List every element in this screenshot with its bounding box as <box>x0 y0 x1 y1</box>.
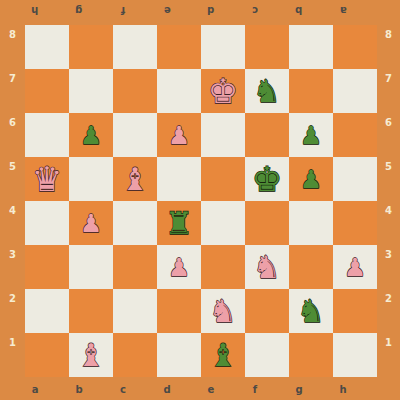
square-f8[interactable] <box>245 25 289 69</box>
rank-label-left-8: 8 <box>9 29 16 40</box>
piece-black-king[interactable]: ♚ <box>252 162 282 196</box>
rank-label-left-4: 4 <box>9 205 16 216</box>
file-label-bottom-g: g <box>295 384 302 395</box>
piece-white-pawn[interactable]: ♟ <box>168 123 190 148</box>
square-d4[interactable]: ♜ <box>157 201 201 245</box>
rank-label-left-5: 5 <box>9 161 16 172</box>
rank-label-left-2: 2 <box>9 293 16 304</box>
square-b8[interactable] <box>69 25 113 69</box>
square-a3[interactable] <box>25 245 69 289</box>
square-c5[interactable]: ♝ <box>113 157 157 201</box>
piece-white-bishop[interactable]: ♝ <box>77 340 105 371</box>
square-c7[interactable] <box>113 69 157 113</box>
square-h8[interactable] <box>333 25 377 69</box>
square-c8[interactable] <box>113 25 157 69</box>
square-f5[interactable]: ♚ <box>245 157 289 201</box>
piece-white-knight[interactable]: ♞ <box>209 296 237 327</box>
square-d6[interactable]: ♟ <box>157 113 201 157</box>
rank-label-right-2: 2 <box>385 293 392 304</box>
file-label-top-f: f <box>121 5 125 16</box>
piece-white-bishop[interactable]: ♝ <box>121 164 149 195</box>
square-a6[interactable] <box>25 113 69 157</box>
square-b2[interactable] <box>69 289 113 333</box>
piece-white-queen[interactable]: ♛ <box>32 162 62 196</box>
chess-board-screenshot: hgfedcba 87654321 87654321 abcdefgh ♚♞♟♟… <box>0 0 400 400</box>
file-label-bottom-h: h <box>339 384 346 395</box>
file-label-top-a: a <box>340 5 347 16</box>
square-g8[interactable] <box>289 25 333 69</box>
file-labels-top: hgfedcba <box>13 0 365 20</box>
square-c4[interactable] <box>113 201 157 245</box>
square-e4[interactable] <box>201 201 245 245</box>
rank-label-left-6: 6 <box>9 117 16 128</box>
square-f4[interactable] <box>245 201 289 245</box>
file-label-top-e: e <box>164 5 171 16</box>
square-e2[interactable]: ♞ <box>201 289 245 333</box>
piece-black-pawn[interactable]: ♟ <box>80 123 102 148</box>
rank-label-right-1: 1 <box>385 337 392 348</box>
piece-white-pawn[interactable]: ♟ <box>80 211 102 236</box>
square-g2[interactable]: ♞ <box>289 289 333 333</box>
rank-labels-left: 87654321 <box>0 12 25 364</box>
piece-black-bishop[interactable]: ♝ <box>209 340 237 371</box>
rank-label-right-7: 7 <box>385 73 392 84</box>
square-e6[interactable] <box>201 113 245 157</box>
rank-label-left-1: 1 <box>9 337 16 348</box>
file-labels-bottom: abcdefgh <box>13 379 365 399</box>
square-a5[interactable]: ♛ <box>25 157 69 201</box>
square-h2[interactable] <box>333 289 377 333</box>
chess-board: ♚♞♟♟♟♛♝♚♟♟♜♟♞♟♞♞♝♝ <box>25 25 377 377</box>
file-label-bottom-e: e <box>208 384 215 395</box>
square-d2[interactable] <box>157 289 201 333</box>
square-e7[interactable]: ♚ <box>201 69 245 113</box>
square-d8[interactable] <box>157 25 201 69</box>
square-c6[interactable] <box>113 113 157 157</box>
square-c3[interactable] <box>113 245 157 289</box>
rank-label-right-5: 5 <box>385 161 392 172</box>
square-c1[interactable] <box>113 333 157 377</box>
file-label-top-g: g <box>75 5 82 16</box>
square-h5[interactable] <box>333 157 377 201</box>
file-label-top-h: h <box>31 5 38 16</box>
square-g1[interactable] <box>289 333 333 377</box>
square-f2[interactable] <box>245 289 289 333</box>
square-a7[interactable] <box>25 69 69 113</box>
square-b5[interactable] <box>69 157 113 201</box>
piece-white-knight[interactable]: ♞ <box>253 252 281 283</box>
square-d3[interactable]: ♟ <box>157 245 201 289</box>
file-label-bottom-b: b <box>75 384 82 395</box>
square-g4[interactable] <box>289 201 333 245</box>
square-b4[interactable]: ♟ <box>69 201 113 245</box>
file-label-top-b: b <box>295 5 302 16</box>
piece-black-pawn[interactable]: ♟ <box>300 167 322 192</box>
square-d5[interactable] <box>157 157 201 201</box>
square-g7[interactable] <box>289 69 333 113</box>
rank-label-left-3: 3 <box>9 249 16 260</box>
square-a2[interactable] <box>25 289 69 333</box>
square-b3[interactable] <box>69 245 113 289</box>
rank-label-right-6: 6 <box>385 117 392 128</box>
rank-label-right-4: 4 <box>385 205 392 216</box>
square-h3[interactable]: ♟ <box>333 245 377 289</box>
piece-white-pawn[interactable]: ♟ <box>168 255 190 280</box>
square-f7[interactable]: ♞ <box>245 69 289 113</box>
square-b6[interactable]: ♟ <box>69 113 113 157</box>
square-h7[interactable] <box>333 69 377 113</box>
square-d7[interactable] <box>157 69 201 113</box>
rank-labels-right: 87654321 <box>377 12 400 364</box>
rank-label-right-3: 3 <box>385 249 392 260</box>
square-b7[interactable] <box>69 69 113 113</box>
square-e8[interactable] <box>201 25 245 69</box>
square-h4[interactable] <box>333 201 377 245</box>
square-e1[interactable]: ♝ <box>201 333 245 377</box>
square-f1[interactable] <box>245 333 289 377</box>
square-e5[interactable] <box>201 157 245 201</box>
square-g6[interactable]: ♟ <box>289 113 333 157</box>
file-label-bottom-d: d <box>163 384 170 395</box>
square-e3[interactable] <box>201 245 245 289</box>
file-label-bottom-c: c <box>120 384 126 395</box>
square-b1[interactable]: ♝ <box>69 333 113 377</box>
file-label-bottom-f: f <box>253 384 257 395</box>
piece-white-pawn[interactable]: ♟ <box>344 255 366 280</box>
square-c2[interactable] <box>113 289 157 333</box>
rank-label-left-7: 7 <box>9 73 16 84</box>
file-label-top-c: c <box>252 5 258 16</box>
piece-black-knight[interactable]: ♞ <box>297 296 325 327</box>
piece-black-pawn[interactable]: ♟ <box>300 123 322 148</box>
piece-black-knight[interactable]: ♞ <box>253 76 281 107</box>
square-f6[interactable] <box>245 113 289 157</box>
square-d1[interactable] <box>157 333 201 377</box>
square-a4[interactable] <box>25 201 69 245</box>
file-label-top-d: d <box>207 5 214 16</box>
square-a8[interactable] <box>25 25 69 69</box>
rank-label-right-8: 8 <box>385 29 392 40</box>
square-g3[interactable] <box>289 245 333 289</box>
square-a1[interactable] <box>25 333 69 377</box>
piece-black-rook[interactable]: ♜ <box>165 208 193 239</box>
file-label-bottom-a: a <box>32 384 39 395</box>
square-h1[interactable] <box>333 333 377 377</box>
square-g5[interactable]: ♟ <box>289 157 333 201</box>
piece-white-king[interactable]: ♚ <box>208 74 238 108</box>
square-f3[interactable]: ♞ <box>245 245 289 289</box>
square-h6[interactable] <box>333 113 377 157</box>
